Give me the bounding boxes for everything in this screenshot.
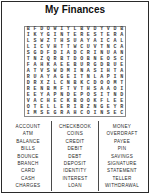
word-list-item: COINS xyxy=(67,130,83,137)
word-list-item: TELLER xyxy=(112,175,131,182)
word-list-column: CHECKBOOKCOINSCREDITDEBITDEBTDEPOSITIDEN… xyxy=(51,121,99,191)
grid-cell: G xyxy=(52,110,59,116)
word-list-item: PIN xyxy=(118,145,127,152)
word-list-item: BOUNCE xyxy=(17,153,38,160)
grid-cell: A xyxy=(65,110,72,116)
word-list-item: CARD xyxy=(21,167,35,174)
word-list-item: ACCOUNT xyxy=(16,123,41,130)
puzzle-title: My Finances xyxy=(0,4,150,15)
grid-cell: H xyxy=(72,110,79,116)
grid-cell: C xyxy=(118,110,125,116)
word-list-item: DEBT xyxy=(68,153,81,160)
grid-cell: M xyxy=(32,110,39,116)
word-list-item: LOAN xyxy=(68,182,82,189)
grid-cell: C xyxy=(78,110,85,116)
word-list-item: CREDIT xyxy=(66,138,85,145)
grid-cell: I xyxy=(25,110,32,116)
grid-cell: I xyxy=(92,110,99,116)
word-list-item: BALANCE xyxy=(16,138,40,145)
grid-cell: O xyxy=(85,110,92,116)
word-list-item: CHARGES xyxy=(16,182,41,189)
word-list-item: MONEY xyxy=(113,123,131,130)
word-list-item: DEBIT xyxy=(67,145,82,152)
word-list: ACCOUNTATMBALANCEBILLSBOUNCEBRANCHCARDCA… xyxy=(5,121,145,191)
word-list-item: OVERDRAFT xyxy=(106,130,137,137)
word-list-item: PAYEE xyxy=(114,138,130,145)
word-list-item: BILLS xyxy=(21,145,35,152)
word-list-item: WITHDRAWAL xyxy=(105,182,139,189)
word-list-item: DEPOSIT xyxy=(64,160,86,167)
word-list-item: STATEMENT xyxy=(107,167,137,174)
grid-cell: N xyxy=(98,110,105,116)
word-search-worksheet: My Finances BFDOWIYLBVDYVDBIKYGINTERESTE… xyxy=(0,0,150,194)
word-list-item: CHECKBOOK xyxy=(59,123,91,130)
word-list-item: CASH xyxy=(21,175,35,182)
grid-cell: E xyxy=(45,110,52,116)
grid-cell: E xyxy=(112,110,119,116)
word-list-item: IDENTITY xyxy=(63,167,86,174)
grid-cell: S xyxy=(38,110,45,116)
word-list-item: SIGNATURE xyxy=(107,160,136,167)
grid-cell: R xyxy=(58,110,65,116)
word-list-item: ATM xyxy=(23,130,33,137)
grid-cell: S xyxy=(105,110,112,116)
word-list-column: ACCOUNTATMBALANCEBILLSBOUNCEBRANCHCARDCA… xyxy=(5,121,51,191)
word-list-item: INTEREST xyxy=(62,175,87,182)
word-list-column: MONEYOVERDRAFTPAYEEPINSAVINGSSIGNATUREST… xyxy=(99,121,145,191)
word-list-item: SAVINGS xyxy=(111,153,133,160)
word-search-grid: BFDOWIYLBVDYVDBIKYGINTERESTERALSWZTHSUAY… xyxy=(24,26,126,117)
word-list-item: BRANCH xyxy=(17,160,38,167)
